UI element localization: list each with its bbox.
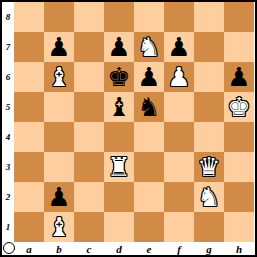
rank-label-3: 3	[2, 152, 14, 182]
square-h7[interactable]	[224, 32, 254, 62]
square-a1[interactable]	[14, 212, 44, 242]
file-label-b: b	[44, 242, 74, 255]
square-e3[interactable]	[134, 152, 164, 182]
square-c3[interactable]	[74, 152, 104, 182]
white-king[interactable]: ♚	[227, 92, 250, 122]
black-bishop[interactable]: ♝	[107, 92, 130, 122]
file-labels: abcdefgh	[14, 242, 254, 255]
square-a3[interactable]	[14, 152, 44, 182]
black-pawn[interactable]: ♟	[47, 32, 70, 62]
square-h4[interactable]	[224, 122, 254, 152]
square-b2[interactable]: ♟	[44, 182, 74, 212]
square-g4[interactable]	[194, 122, 224, 152]
rank-labels: 87654321	[2, 2, 14, 242]
black-pawn[interactable]: ♟	[167, 32, 190, 62]
square-g3[interactable]: ♛	[194, 152, 224, 182]
square-h8[interactable]	[224, 2, 254, 32]
white-bishop[interactable]: ♝	[47, 212, 70, 242]
square-b5[interactable]	[44, 92, 74, 122]
square-g8[interactable]	[194, 2, 224, 32]
square-a5[interactable]	[14, 92, 44, 122]
square-e6[interactable]: ♟	[134, 62, 164, 92]
square-c8[interactable]	[74, 2, 104, 32]
square-e1[interactable]	[134, 212, 164, 242]
file-label-a: a	[14, 242, 44, 255]
square-f3[interactable]	[164, 152, 194, 182]
square-c7[interactable]	[74, 32, 104, 62]
square-e5[interactable]: ♞	[134, 92, 164, 122]
square-c5[interactable]	[74, 92, 104, 122]
square-b6[interactable]: ♝	[44, 62, 74, 92]
square-d8[interactable]	[104, 2, 134, 32]
square-f7[interactable]: ♟	[164, 32, 194, 62]
square-d2[interactable]	[104, 182, 134, 212]
white-to-move-indicator	[3, 242, 15, 254]
white-bishop[interactable]: ♝	[47, 62, 70, 92]
file-label-f: f	[164, 242, 194, 255]
file-label-h: h	[224, 242, 254, 255]
square-g7[interactable]	[194, 32, 224, 62]
square-b4[interactable]	[44, 122, 74, 152]
square-f5[interactable]	[164, 92, 194, 122]
square-f6[interactable]: ♟	[164, 62, 194, 92]
square-g5[interactable]	[194, 92, 224, 122]
square-b8[interactable]	[44, 2, 74, 32]
file-label-d: d	[104, 242, 134, 255]
square-d1[interactable]	[104, 212, 134, 242]
file-label-g: g	[194, 242, 224, 255]
white-knight[interactable]: ♞	[197, 182, 220, 212]
square-d6[interactable]: ♚	[104, 62, 134, 92]
square-e8[interactable]	[134, 2, 164, 32]
square-b7[interactable]: ♟	[44, 32, 74, 62]
white-knight[interactable]: ♞	[137, 32, 160, 62]
square-h6[interactable]: ♟	[224, 62, 254, 92]
square-g1[interactable]	[194, 212, 224, 242]
square-f1[interactable]	[164, 212, 194, 242]
white-rook[interactable]: ♜	[107, 152, 130, 182]
square-h1[interactable]	[224, 212, 254, 242]
square-f4[interactable]	[164, 122, 194, 152]
rank-label-5: 5	[2, 92, 14, 122]
black-pawn[interactable]: ♟	[137, 62, 160, 92]
file-label-c: c	[74, 242, 104, 255]
white-queen[interactable]: ♛	[197, 152, 220, 182]
rank-label-2: 2	[2, 182, 14, 212]
chess-diagram: ♟♟♞♟♝♚♟♟♟♝♞♚♜♛♟♞♝ 87654321 abcdefgh	[0, 0, 257, 257]
white-pawn[interactable]: ♟	[167, 62, 190, 92]
square-d5[interactable]: ♝	[104, 92, 134, 122]
square-c4[interactable]	[74, 122, 104, 152]
black-pawn[interactable]: ♟	[107, 32, 130, 62]
square-e7[interactable]: ♞	[134, 32, 164, 62]
square-e2[interactable]	[134, 182, 164, 212]
square-f2[interactable]	[164, 182, 194, 212]
square-h5[interactable]: ♚	[224, 92, 254, 122]
rank-label-1: 1	[2, 212, 14, 242]
black-king[interactable]: ♚	[107, 62, 130, 92]
square-g2[interactable]: ♞	[194, 182, 224, 212]
square-h2[interactable]	[224, 182, 254, 212]
black-pawn[interactable]: ♟	[47, 182, 70, 212]
black-knight[interactable]: ♞	[137, 92, 160, 122]
square-c2[interactable]	[74, 182, 104, 212]
square-g6[interactable]	[194, 62, 224, 92]
square-c1[interactable]	[74, 212, 104, 242]
rank-label-7: 7	[2, 32, 14, 62]
square-c6[interactable]	[74, 62, 104, 92]
file-label-e: e	[134, 242, 164, 255]
square-d7[interactable]: ♟	[104, 32, 134, 62]
square-a2[interactable]	[14, 182, 44, 212]
square-b1[interactable]: ♝	[44, 212, 74, 242]
square-d3[interactable]: ♜	[104, 152, 134, 182]
square-b3[interactable]	[44, 152, 74, 182]
square-d4[interactable]	[104, 122, 134, 152]
chess-board: ♟♟♞♟♝♚♟♟♟♝♞♚♜♛♟♞♝	[14, 2, 254, 242]
square-e4[interactable]	[134, 122, 164, 152]
rank-label-4: 4	[2, 122, 14, 152]
square-a6[interactable]	[14, 62, 44, 92]
square-f8[interactable]	[164, 2, 194, 32]
square-a7[interactable]	[14, 32, 44, 62]
rank-label-6: 6	[2, 62, 14, 92]
rank-label-8: 8	[2, 2, 14, 32]
square-h3[interactable]	[224, 152, 254, 182]
black-pawn[interactable]: ♟	[227, 62, 250, 92]
square-a4[interactable]	[14, 122, 44, 152]
square-a8[interactable]	[14, 2, 44, 32]
